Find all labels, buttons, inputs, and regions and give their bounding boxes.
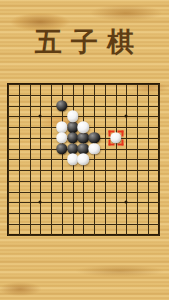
grid-line-vertical	[116, 84, 117, 235]
white-stone	[78, 121, 90, 133]
star-point	[125, 201, 128, 204]
white-stone	[56, 132, 68, 144]
grid-line-vertical	[105, 84, 106, 235]
grid-line-horizontal	[8, 202, 159, 203]
grid-line-horizontal	[8, 192, 159, 193]
grid-line-vertical	[94, 84, 95, 235]
grid-line-vertical	[137, 84, 138, 235]
grid-line-horizontal	[8, 224, 159, 225]
grid-line-vertical	[148, 84, 149, 235]
board[interactable]	[8, 84, 159, 235]
grid-line-horizontal	[8, 213, 159, 214]
grid-line-horizontal	[8, 235, 159, 236]
white-stone	[78, 154, 90, 166]
white-stone	[110, 132, 122, 144]
gomoku-app: 五子棋	[0, 0, 169, 300]
grid-line-vertical	[159, 84, 160, 235]
black-stone	[56, 100, 68, 112]
star-point	[125, 115, 128, 118]
white-stone	[67, 111, 79, 123]
white-stone	[88, 143, 100, 155]
star-point	[39, 201, 42, 204]
app-title: 五子棋	[0, 24, 169, 60]
grid-line-vertical	[126, 84, 127, 235]
grid-line-horizontal	[8, 181, 159, 182]
grid-line-horizontal	[8, 170, 159, 171]
star-point	[39, 115, 42, 118]
